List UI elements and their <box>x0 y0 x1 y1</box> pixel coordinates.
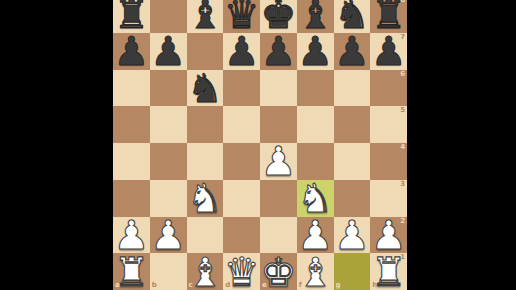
square-c7[interactable] <box>187 33 224 70</box>
square-h3[interactable]: 3 <box>370 180 407 217</box>
black-pawn-d7[interactable]: ♟ <box>223 33 260 70</box>
white-pawn-g2[interactable]: ♟ <box>334 217 371 254</box>
square-b7[interactable]: ♟ <box>150 33 187 70</box>
square-c2[interactable] <box>187 217 224 254</box>
video-frame: ♜♝♛♚♝♞♜8♟♟♟♟♟♟♟7♞65♟4♞♞3♟♟♟♟♟2♜ab♝c♛d♚e♝… <box>0 0 516 290</box>
file-label-g: g <box>336 282 341 289</box>
square-b1[interactable]: b <box>150 253 187 290</box>
square-h2[interactable]: ♟2 <box>370 217 407 254</box>
square-c8[interactable]: ♝ <box>187 0 224 33</box>
white-pawn-f2[interactable]: ♟ <box>297 217 334 254</box>
square-b2[interactable]: ♟ <box>150 217 187 254</box>
square-b6[interactable] <box>150 70 187 107</box>
file-label-b: b <box>152 282 157 289</box>
square-c6[interactable]: ♞ <box>187 70 224 107</box>
black-pawn-g7[interactable]: ♟ <box>334 33 371 70</box>
white-pawn-b2[interactable]: ♟ <box>150 217 187 254</box>
black-pawn-b7[interactable]: ♟ <box>150 33 187 70</box>
square-g7[interactable]: ♟ <box>334 33 371 70</box>
square-a3[interactable] <box>113 180 150 217</box>
square-a5[interactable] <box>113 106 150 143</box>
square-a6[interactable] <box>113 70 150 107</box>
square-f5[interactable] <box>297 106 334 143</box>
white-bishop-f1[interactable]: ♝ <box>297 253 334 290</box>
square-a2[interactable]: ♟ <box>113 217 150 254</box>
black-pawn-a7[interactable]: ♟ <box>113 33 150 70</box>
square-a4[interactable] <box>113 143 150 180</box>
square-d4[interactable] <box>223 143 260 180</box>
white-pawn-h2[interactable]: ♟ <box>370 217 407 254</box>
letterbox-left <box>0 0 113 290</box>
square-g4[interactable] <box>334 143 371 180</box>
white-king-e1[interactable]: ♚ <box>260 253 297 290</box>
square-d5[interactable] <box>223 106 260 143</box>
square-g3[interactable] <box>334 180 371 217</box>
white-pawn-e4[interactable]: ♟ <box>260 143 297 180</box>
square-g1[interactable]: g <box>334 253 371 290</box>
black-pawn-e7[interactable]: ♟ <box>260 33 297 70</box>
black-pawn-f7[interactable]: ♟ <box>297 33 334 70</box>
square-e3[interactable] <box>260 180 297 217</box>
square-e6[interactable] <box>260 70 297 107</box>
square-d7[interactable]: ♟ <box>223 33 260 70</box>
square-h7[interactable]: ♟7 <box>370 33 407 70</box>
square-h4[interactable]: 4 <box>370 143 407 180</box>
white-queen-d1[interactable]: ♛ <box>223 253 260 290</box>
rank-label-5: 5 <box>400 107 405 114</box>
square-g5[interactable] <box>334 106 371 143</box>
square-c1[interactable]: ♝c <box>187 253 224 290</box>
square-e4[interactable]: ♟ <box>260 143 297 180</box>
square-e7[interactable]: ♟ <box>260 33 297 70</box>
square-f3[interactable]: ♞ <box>297 180 334 217</box>
chess-board[interactable]: ♜♝♛♚♝♞♜8♟♟♟♟♟♟♟7♞65♟4♞♞3♟♟♟♟♟2♜ab♝c♛d♚e♝… <box>113 0 407 290</box>
square-b3[interactable] <box>150 180 187 217</box>
square-b5[interactable] <box>150 106 187 143</box>
square-g6[interactable] <box>334 70 371 107</box>
square-f2[interactable]: ♟ <box>297 217 334 254</box>
square-f7[interactable]: ♟ <box>297 33 334 70</box>
square-h5[interactable]: 5 <box>370 106 407 143</box>
square-d3[interactable] <box>223 180 260 217</box>
square-e1[interactable]: ♚e <box>260 253 297 290</box>
black-pawn-h7[interactable]: ♟ <box>370 33 407 70</box>
square-h6[interactable]: 6 <box>370 70 407 107</box>
square-c3[interactable]: ♞ <box>187 180 224 217</box>
black-knight-c6[interactable]: ♞ <box>187 70 224 107</box>
square-a1[interactable]: ♜a <box>113 253 150 290</box>
square-b4[interactable] <box>150 143 187 180</box>
square-f6[interactable] <box>297 70 334 107</box>
square-g2[interactable]: ♟ <box>334 217 371 254</box>
white-rook-a1[interactable]: ♜ <box>113 253 150 290</box>
white-pawn-a2[interactable]: ♟ <box>113 217 150 254</box>
square-e2[interactable] <box>260 217 297 254</box>
white-knight-f3[interactable]: ♞ <box>297 180 334 217</box>
square-d2[interactable] <box>223 217 260 254</box>
white-knight-c3[interactable]: ♞ <box>187 180 224 217</box>
letterbox-right <box>407 0 516 290</box>
square-h1[interactable]: ♜1h <box>370 253 407 290</box>
square-d1[interactable]: ♛d <box>223 253 260 290</box>
white-bishop-c1[interactable]: ♝ <box>187 253 224 290</box>
black-bishop-c8[interactable]: ♝ <box>187 0 224 33</box>
square-f1[interactable]: ♝f <box>297 253 334 290</box>
square-c5[interactable] <box>187 106 224 143</box>
white-rook-h1[interactable]: ♜ <box>370 253 407 290</box>
square-d6[interactable] <box>223 70 260 107</box>
rank-label-4: 4 <box>400 144 405 151</box>
rank-label-3: 3 <box>400 181 405 188</box>
square-a7[interactable]: ♟ <box>113 33 150 70</box>
